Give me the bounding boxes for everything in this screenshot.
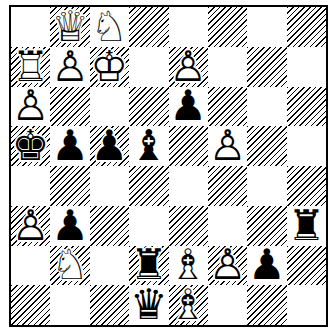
- square-d5[interactable]: ♝♝: [129, 126, 168, 166]
- white-knight-icon: ♘: [51, 244, 89, 286]
- black-pawn-icon: ♟: [91, 125, 129, 167]
- square-h6[interactable]: [287, 87, 326, 127]
- black-pawn-icon: ♟: [51, 125, 89, 167]
- black-queen-icon: ♛: [130, 284, 168, 326]
- square-b5[interactable]: ♟♟: [50, 126, 89, 166]
- square-g7[interactable]: [247, 47, 286, 87]
- white-bishop-icon: ♗: [169, 284, 207, 326]
- square-g1[interactable]: [247, 285, 286, 325]
- white-pawn-icon: ♙: [209, 125, 247, 167]
- square-d1[interactable]: ♛♛: [129, 285, 168, 325]
- white-pawn-piece[interactable]: ♟♙: [208, 126, 247, 166]
- white-king-icon: ♔: [91, 46, 129, 88]
- black-pawn-piece[interactable]: ♟♟: [247, 246, 286, 286]
- square-d7[interactable]: [129, 47, 168, 87]
- square-b2[interactable]: ♞♘: [50, 246, 89, 286]
- square-e4[interactable]: [169, 166, 208, 206]
- black-pawn-icon: ♟: [169, 85, 207, 127]
- chess-board: ♛♕♞♘♜♖♟♙♚♔♟♙♟♙♟♟♚♚♟♟♟♟♝♝♟♙♟♙♟♟♜♜♞♘♜♜♝♗♟♙…: [11, 7, 326, 325]
- square-h5[interactable]: [287, 126, 326, 166]
- square-a1[interactable]: [11, 285, 50, 325]
- square-c5[interactable]: ♟♟: [90, 126, 129, 166]
- black-bishop-piece[interactable]: ♝♝: [129, 126, 168, 166]
- square-c4[interactable]: [90, 166, 129, 206]
- square-h4[interactable]: [287, 166, 326, 206]
- white-pawn-piece[interactable]: ♟♙: [50, 47, 89, 87]
- square-h8[interactable]: [287, 7, 326, 47]
- square-g4[interactable]: [247, 166, 286, 206]
- square-c7[interactable]: ♚♔: [90, 47, 129, 87]
- white-king-piece[interactable]: ♚♔: [90, 47, 129, 87]
- square-b4[interactable]: [50, 166, 89, 206]
- square-a2[interactable]: [11, 246, 50, 286]
- square-b1[interactable]: [50, 285, 89, 325]
- square-f5[interactable]: ♟♙: [208, 126, 247, 166]
- white-pawn-piece[interactable]: ♟♙: [208, 246, 247, 286]
- square-c1[interactable]: [90, 285, 129, 325]
- square-a4[interactable]: [11, 166, 50, 206]
- square-b7[interactable]: ♟♙: [50, 47, 89, 87]
- square-c8[interactable]: ♞♘: [90, 7, 129, 47]
- square-a5[interactable]: ♚♚: [11, 126, 50, 166]
- square-g5[interactable]: [247, 126, 286, 166]
- black-rook-icon: ♜: [287, 205, 325, 247]
- chess-diagram-page: ♛♕♞♘♜♖♟♙♚♔♟♙♟♙♟♟♚♚♟♟♟♟♝♝♟♙♟♙♟♟♜♜♞♘♜♜♝♗♟♙…: [0, 0, 332, 332]
- white-pawn-piece[interactable]: ♟♙: [11, 206, 50, 246]
- black-king-icon: ♚: [12, 125, 50, 167]
- white-pawn-icon: ♙: [209, 244, 247, 286]
- square-h1[interactable]: [287, 285, 326, 325]
- black-pawn-icon: ♟: [248, 244, 286, 286]
- square-a8[interactable]: [11, 7, 50, 47]
- square-h7[interactable]: [287, 47, 326, 87]
- square-a3[interactable]: ♟♙: [11, 206, 50, 246]
- square-e1[interactable]: ♝♗: [169, 285, 208, 325]
- square-h2[interactable]: [287, 246, 326, 286]
- square-f7[interactable]: [208, 47, 247, 87]
- square-e8[interactable]: [169, 7, 208, 47]
- square-d4[interactable]: [129, 166, 168, 206]
- white-bishop-piece[interactable]: ♝♗: [169, 285, 208, 325]
- white-pawn-icon: ♙: [12, 205, 50, 247]
- square-e5[interactable]: [169, 126, 208, 166]
- square-g6[interactable]: [247, 87, 286, 127]
- square-d8[interactable]: [129, 7, 168, 47]
- square-g8[interactable]: [247, 7, 286, 47]
- square-g2[interactable]: ♟♟: [247, 246, 286, 286]
- square-b8[interactable]: ♛♕: [50, 7, 89, 47]
- square-f8[interactable]: [208, 7, 247, 47]
- white-knight-piece[interactable]: ♞♘: [90, 7, 129, 47]
- white-pawn-icon: ♙: [51, 46, 89, 88]
- black-pawn-piece[interactable]: ♟♟: [90, 126, 129, 166]
- white-knight-piece[interactable]: ♞♘: [50, 246, 89, 286]
- black-pawn-piece[interactable]: ♟♟: [50, 126, 89, 166]
- black-rook-piece[interactable]: ♜♜: [287, 206, 326, 246]
- square-c3[interactable]: [90, 206, 129, 246]
- square-e6[interactable]: ♟♟: [169, 87, 208, 127]
- square-c2[interactable]: [90, 246, 129, 286]
- square-f2[interactable]: ♟♙: [208, 246, 247, 286]
- square-f1[interactable]: [208, 285, 247, 325]
- black-queen-piece[interactable]: ♛♛: [129, 285, 168, 325]
- white-queen-piece[interactable]: ♛♕: [50, 7, 89, 47]
- black-pawn-piece[interactable]: ♟♟: [169, 87, 208, 127]
- square-f4[interactable]: [208, 166, 247, 206]
- square-h3[interactable]: ♜♜: [287, 206, 326, 246]
- black-king-piece[interactable]: ♚♚: [11, 126, 50, 166]
- black-bishop-icon: ♝: [130, 125, 168, 167]
- chess-board-frame: ♛♕♞♘♜♖♟♙♚♔♟♙♟♙♟♟♚♚♟♟♟♟♝♝♟♙♟♙♟♟♜♜♞♘♜♜♝♗♟♙…: [9, 5, 328, 327]
